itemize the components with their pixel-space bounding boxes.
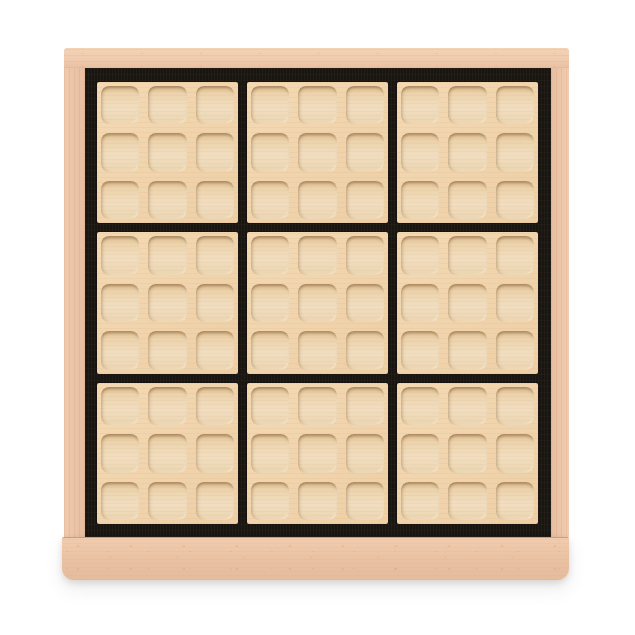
sudoku-cell[interactable]: [448, 181, 486, 219]
sudoku-cell[interactable]: [401, 387, 439, 425]
sudoku-cell[interactable]: [251, 284, 289, 322]
sudoku-cell[interactable]: [298, 482, 336, 520]
sudoku-box: [97, 82, 238, 223]
board-base-tray: [62, 537, 569, 580]
sudoku-cell[interactable]: [346, 133, 384, 171]
sudoku-cell[interactable]: [148, 482, 186, 520]
sudoku-cell[interactable]: [448, 284, 486, 322]
sudoku-cell[interactable]: [148, 434, 186, 472]
sudoku-box: [397, 82, 538, 223]
sudoku-cell[interactable]: [298, 236, 336, 274]
sudoku-cell[interactable]: [401, 331, 439, 369]
sudoku-cell[interactable]: [496, 133, 534, 171]
sudoku-cell[interactable]: [101, 387, 139, 425]
sudoku-cell[interactable]: [148, 387, 186, 425]
product-photo: [0, 0, 635, 635]
sudoku-cell[interactable]: [346, 86, 384, 124]
sudoku-cell[interactable]: [196, 133, 234, 171]
sudoku-cell[interactable]: [298, 331, 336, 369]
sudoku-cell[interactable]: [298, 434, 336, 472]
sudoku-cell[interactable]: [401, 284, 439, 322]
sudoku-cell[interactable]: [448, 133, 486, 171]
sudoku-cell[interactable]: [101, 434, 139, 472]
sudoku-cell[interactable]: [251, 482, 289, 520]
sudoku-cell[interactable]: [148, 284, 186, 322]
sudoku-cell[interactable]: [401, 181, 439, 219]
sudoku-cell[interactable]: [448, 236, 486, 274]
sudoku-cell[interactable]: [251, 133, 289, 171]
sudoku-cell[interactable]: [298, 86, 336, 124]
board-frame-top: [64, 48, 569, 68]
sudoku-cell[interactable]: [448, 482, 486, 520]
sudoku-cell[interactable]: [346, 284, 384, 322]
sudoku-cell[interactable]: [101, 331, 139, 369]
board-frame-left: [64, 68, 85, 537]
board-frame-right: [551, 68, 569, 537]
sudoku-cell[interactable]: [346, 236, 384, 274]
sudoku-cell[interactable]: [196, 236, 234, 274]
sudoku-cell[interactable]: [401, 482, 439, 520]
sudoku-cell[interactable]: [346, 331, 384, 369]
sudoku-cell[interactable]: [148, 181, 186, 219]
sudoku-cell[interactable]: [196, 434, 234, 472]
sudoku-cell[interactable]: [448, 434, 486, 472]
sudoku-cell[interactable]: [196, 284, 234, 322]
sudoku-cell[interactable]: [496, 331, 534, 369]
sudoku-box: [247, 232, 388, 373]
sudoku-cell[interactable]: [101, 86, 139, 124]
sudoku-cell[interactable]: [148, 331, 186, 369]
sudoku-cell[interactable]: [251, 331, 289, 369]
sudoku-cell[interactable]: [401, 236, 439, 274]
board-inlay: [85, 68, 551, 537]
sudoku-cell[interactable]: [101, 181, 139, 219]
sudoku-box: [97, 383, 238, 524]
sudoku-cell[interactable]: [401, 86, 439, 124]
sudoku-cell[interactable]: [448, 86, 486, 124]
sudoku-cell[interactable]: [298, 133, 336, 171]
sudoku-cell[interactable]: [496, 387, 534, 425]
sudoku-cell[interactable]: [401, 133, 439, 171]
sudoku-cell[interactable]: [346, 482, 384, 520]
sudoku-cell[interactable]: [101, 284, 139, 322]
sudoku-cell[interactable]: [298, 387, 336, 425]
sudoku-cell[interactable]: [298, 181, 336, 219]
sudoku-box: [247, 82, 388, 223]
sudoku-cell[interactable]: [346, 181, 384, 219]
sudoku-cell[interactable]: [496, 482, 534, 520]
sudoku-cell[interactable]: [101, 482, 139, 520]
sudoku-cell[interactable]: [148, 236, 186, 274]
sudoku-cell[interactable]: [196, 482, 234, 520]
sudoku-box: [97, 232, 238, 373]
sudoku-cell[interactable]: [496, 434, 534, 472]
sudoku-cell[interactable]: [251, 434, 289, 472]
sudoku-box: [397, 383, 538, 524]
sudoku-cell[interactable]: [196, 86, 234, 124]
sudoku-cell[interactable]: [251, 387, 289, 425]
sudoku-cell[interactable]: [346, 387, 384, 425]
sudoku-cell[interactable]: [196, 331, 234, 369]
sudoku-box: [247, 383, 388, 524]
sudoku-cell[interactable]: [196, 181, 234, 219]
sudoku-board: [64, 48, 569, 537]
sudoku-cell[interactable]: [298, 284, 336, 322]
sudoku-cell[interactable]: [496, 236, 534, 274]
sudoku-cell[interactable]: [101, 133, 139, 171]
sudoku-cell[interactable]: [251, 236, 289, 274]
sudoku-cell[interactable]: [196, 387, 234, 425]
sudoku-cell[interactable]: [101, 236, 139, 274]
sudoku-cell[interactable]: [346, 434, 384, 472]
sudoku-cell[interactable]: [148, 133, 186, 171]
sudoku-cell[interactable]: [448, 387, 486, 425]
sudoku-cell[interactable]: [251, 181, 289, 219]
sudoku-cell[interactable]: [496, 86, 534, 124]
sudoku-cell[interactable]: [496, 284, 534, 322]
sudoku-cell[interactable]: [401, 434, 439, 472]
sudoku-cell[interactable]: [448, 331, 486, 369]
sudoku-cell[interactable]: [251, 86, 289, 124]
sudoku-box: [397, 232, 538, 373]
sudoku-cell[interactable]: [496, 181, 534, 219]
sudoku-cell[interactable]: [148, 86, 186, 124]
